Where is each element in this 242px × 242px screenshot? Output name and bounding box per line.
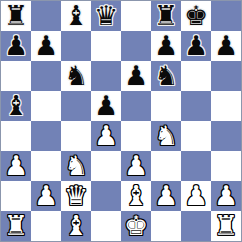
square-d3[interactable] bbox=[91, 151, 121, 181]
square-f1[interactable] bbox=[151, 211, 181, 241]
square-b6[interactable] bbox=[31, 61, 61, 91]
square-h3[interactable] bbox=[211, 151, 241, 181]
square-f4[interactable]: ♞ bbox=[151, 121, 181, 151]
square-d4[interactable]: ♟ bbox=[91, 121, 121, 151]
square-c5[interactable] bbox=[61, 91, 91, 121]
piece-white-knight[interactable]: ♞ bbox=[154, 122, 178, 149]
piece-black-pawn[interactable]: ♟ bbox=[94, 92, 118, 119]
chess-board: ♜♝♛♜♚♟♟♟♟♟♞♟♞♝♟♟♞♟♞♟♟♛♝♟♟♟♜♝♚♜ bbox=[0, 0, 242, 242]
square-e4[interactable] bbox=[121, 121, 151, 151]
piece-black-pawn[interactable]: ♟ bbox=[124, 62, 148, 89]
square-c7[interactable] bbox=[61, 31, 91, 61]
square-e2[interactable]: ♝ bbox=[121, 181, 151, 211]
square-e5[interactable] bbox=[121, 91, 151, 121]
piece-black-knight[interactable]: ♞ bbox=[154, 62, 178, 89]
square-f6[interactable]: ♞ bbox=[151, 61, 181, 91]
square-a6[interactable] bbox=[1, 61, 31, 91]
square-g2[interactable]: ♟ bbox=[181, 181, 211, 211]
square-f5[interactable] bbox=[151, 91, 181, 121]
square-c8[interactable]: ♝ bbox=[61, 1, 91, 31]
square-g8[interactable]: ♚ bbox=[181, 1, 211, 31]
square-h6[interactable] bbox=[211, 61, 241, 91]
piece-black-bishop[interactable]: ♝ bbox=[4, 92, 28, 119]
square-a5[interactable]: ♝ bbox=[1, 91, 31, 121]
square-f3[interactable] bbox=[151, 151, 181, 181]
square-a7[interactable]: ♟ bbox=[1, 31, 31, 61]
square-h8[interactable] bbox=[211, 1, 241, 31]
square-g3[interactable] bbox=[181, 151, 211, 181]
piece-white-king[interactable]: ♚ bbox=[124, 212, 148, 239]
square-b8[interactable] bbox=[31, 1, 61, 31]
piece-white-knight[interactable]: ♞ bbox=[64, 152, 88, 179]
piece-black-pawn[interactable]: ♟ bbox=[4, 32, 28, 59]
square-h4[interactable] bbox=[211, 121, 241, 151]
square-b7[interactable]: ♟ bbox=[31, 31, 61, 61]
square-h7[interactable]: ♟ bbox=[211, 31, 241, 61]
square-e8[interactable] bbox=[121, 1, 151, 31]
piece-black-bishop[interactable]: ♝ bbox=[64, 2, 88, 29]
piece-white-bishop[interactable]: ♝ bbox=[64, 212, 88, 239]
piece-white-pawn[interactable]: ♟ bbox=[184, 182, 208, 209]
square-g1[interactable] bbox=[181, 211, 211, 241]
square-d7[interactable] bbox=[91, 31, 121, 61]
piece-black-pawn[interactable]: ♟ bbox=[214, 32, 238, 59]
square-a4[interactable] bbox=[1, 121, 31, 151]
square-b5[interactable] bbox=[31, 91, 61, 121]
square-f7[interactable]: ♟ bbox=[151, 31, 181, 61]
piece-white-pawn[interactable]: ♟ bbox=[154, 182, 178, 209]
piece-black-queen[interactable]: ♛ bbox=[94, 2, 118, 29]
square-h5[interactable] bbox=[211, 91, 241, 121]
piece-white-pawn[interactable]: ♟ bbox=[4, 152, 28, 179]
piece-black-pawn[interactable]: ♟ bbox=[184, 32, 208, 59]
square-a3[interactable]: ♟ bbox=[1, 151, 31, 181]
square-h2[interactable]: ♟ bbox=[211, 181, 241, 211]
piece-white-pawn[interactable]: ♟ bbox=[124, 152, 148, 179]
square-d5[interactable]: ♟ bbox=[91, 91, 121, 121]
square-b4[interactable] bbox=[31, 121, 61, 151]
square-e6[interactable]: ♟ bbox=[121, 61, 151, 91]
square-a2[interactable] bbox=[1, 181, 31, 211]
piece-white-pawn[interactable]: ♟ bbox=[34, 182, 58, 209]
square-e7[interactable] bbox=[121, 31, 151, 61]
piece-black-pawn[interactable]: ♟ bbox=[34, 32, 58, 59]
square-c3[interactable]: ♞ bbox=[61, 151, 91, 181]
piece-white-rook[interactable]: ♜ bbox=[214, 212, 238, 239]
square-c2[interactable]: ♛ bbox=[61, 181, 91, 211]
square-d2[interactable] bbox=[91, 181, 121, 211]
piece-white-pawn[interactable]: ♟ bbox=[94, 122, 118, 149]
square-f8[interactable]: ♜ bbox=[151, 1, 181, 31]
square-f2[interactable]: ♟ bbox=[151, 181, 181, 211]
square-b2[interactable]: ♟ bbox=[31, 181, 61, 211]
square-d8[interactable]: ♛ bbox=[91, 1, 121, 31]
square-c6[interactable]: ♞ bbox=[61, 61, 91, 91]
piece-white-pawn[interactable]: ♟ bbox=[214, 182, 238, 209]
square-e1[interactable]: ♚ bbox=[121, 211, 151, 241]
square-g6[interactable] bbox=[181, 61, 211, 91]
piece-black-knight[interactable]: ♞ bbox=[64, 62, 88, 89]
square-b3[interactable] bbox=[31, 151, 61, 181]
square-e3[interactable]: ♟ bbox=[121, 151, 151, 181]
piece-white-queen[interactable]: ♛ bbox=[64, 182, 88, 209]
square-g4[interactable] bbox=[181, 121, 211, 151]
piece-white-rook[interactable]: ♜ bbox=[4, 212, 28, 239]
piece-black-rook[interactable]: ♜ bbox=[4, 2, 28, 29]
square-a1[interactable]: ♜ bbox=[1, 211, 31, 241]
square-b1[interactable] bbox=[31, 211, 61, 241]
square-c4[interactable] bbox=[61, 121, 91, 151]
square-d1[interactable] bbox=[91, 211, 121, 241]
piece-black-rook[interactable]: ♜ bbox=[154, 2, 178, 29]
square-g7[interactable]: ♟ bbox=[181, 31, 211, 61]
piece-white-bishop[interactable]: ♝ bbox=[124, 182, 148, 209]
square-h1[interactable]: ♜ bbox=[211, 211, 241, 241]
square-a8[interactable]: ♜ bbox=[1, 1, 31, 31]
square-c1[interactable]: ♝ bbox=[61, 211, 91, 241]
square-g5[interactable] bbox=[181, 91, 211, 121]
piece-black-pawn[interactable]: ♟ bbox=[154, 32, 178, 59]
square-d6[interactable] bbox=[91, 61, 121, 91]
piece-black-king[interactable]: ♚ bbox=[184, 2, 208, 29]
